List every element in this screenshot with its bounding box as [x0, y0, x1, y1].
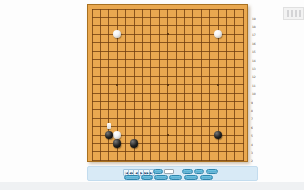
grid-line — [92, 118, 244, 119]
grid-line — [92, 9, 93, 161]
action-button-r1-3[interactable]: ———— — [206, 169, 219, 174]
window-bar-icon — [299, 10, 301, 17]
coord-label: 15 — [250, 39, 262, 44]
grid-line — [226, 9, 227, 161]
grid-line — [92, 9, 244, 10]
coord-label: 8 — [250, 98, 262, 103]
grid-line — [92, 151, 244, 152]
coord-label: 4 — [250, 132, 262, 137]
action-button-r2-6[interactable]: ——— — [200, 175, 214, 180]
grid-line — [92, 17, 244, 18]
background-window-fragment — [283, 7, 304, 20]
coord-label: 13 — [250, 56, 262, 61]
star-point — [167, 84, 169, 86]
coord-label: 18 — [250, 14, 262, 19]
black-stone — [113, 139, 122, 148]
action-button-r2-5[interactable]: ——— — [184, 175, 199, 180]
grid-line — [92, 126, 244, 127]
grid-line — [125, 9, 126, 161]
grid-line — [100, 9, 101, 161]
window-bar-icon — [287, 10, 289, 17]
grid-line — [150, 9, 151, 161]
star-point — [217, 84, 219, 86]
grid-line — [184, 9, 185, 161]
action-button-r2-1[interactable]: ———— — [124, 175, 140, 180]
grid-line — [92, 93, 244, 94]
go-board[interactable] — [87, 4, 248, 162]
grid-line — [92, 109, 244, 110]
grid-line — [176, 9, 177, 161]
grid-line — [92, 51, 244, 52]
coord-label: 5 — [250, 123, 262, 128]
star-point — [167, 134, 169, 136]
grid-line — [92, 25, 244, 26]
action-button-r2-3[interactable]: ——— — [154, 175, 168, 180]
coord-label: 19 — [250, 6, 262, 11]
coord-label: 12 — [250, 64, 262, 69]
grid-line — [92, 101, 244, 102]
white-stone — [214, 30, 223, 39]
black-stone — [214, 131, 223, 140]
star-point — [116, 84, 118, 86]
action-button-r1-2[interactable]: ——— — [194, 169, 205, 174]
grid-line — [209, 9, 210, 161]
coord-label: 17 — [250, 22, 262, 27]
white-stone — [113, 131, 122, 140]
coord-label: 10 — [250, 81, 262, 86]
app-screen: ABCDEFGHJKLMNOPQRST 19181716151413121110… — [0, 0, 304, 190]
coord-label: 11 — [250, 73, 262, 78]
action-button-r2-4[interactable]: ——— — [169, 175, 182, 180]
cursor-preview-stone — [107, 123, 112, 129]
coord-label: 16 — [250, 31, 262, 36]
grid-line — [92, 160, 244, 161]
jump-button[interactable]: —— — [153, 169, 163, 174]
control-panel: |◀◀◀◀▶▶▶▶|—————————————————————————————— — [87, 166, 258, 181]
window-bar-icon — [295, 10, 297, 17]
grid-line — [142, 9, 143, 161]
move-number-input[interactable] — [164, 169, 174, 174]
grid-line — [234, 9, 235, 161]
grid-line — [159, 9, 160, 161]
coord-label: 7 — [250, 106, 262, 111]
grid-line — [92, 76, 244, 77]
coord-label: 3 — [250, 140, 262, 145]
grid-line — [243, 9, 244, 161]
black-stone — [130, 139, 139, 148]
black-stone — [105, 131, 114, 140]
white-stone — [113, 30, 122, 39]
window-bar-icon — [291, 10, 293, 17]
coord-label: 9 — [250, 90, 262, 95]
grid-line — [92, 67, 244, 68]
coord-label: 1 — [250, 157, 262, 162]
action-button-r1-1[interactable]: ——— — [182, 169, 193, 174]
grid-line — [92, 42, 244, 43]
coord-label: 14 — [250, 48, 262, 53]
action-button-r2-2[interactable]: —— — [141, 175, 153, 180]
grid-line — [201, 9, 202, 161]
footer-strip — [0, 182, 304, 190]
grid-line — [92, 59, 244, 60]
coord-label: 2 — [250, 148, 262, 153]
star-point — [167, 33, 169, 35]
coord-label: 6 — [250, 115, 262, 120]
grid-line — [192, 9, 193, 161]
